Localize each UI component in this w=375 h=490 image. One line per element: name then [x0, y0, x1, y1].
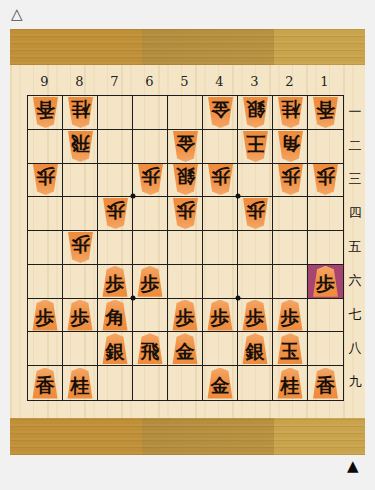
file-label-3: 3 [237, 71, 272, 93]
board-cell-7八[interactable]: 銀 [98, 332, 133, 366]
board-cell-5八[interactable]: 金 [168, 332, 203, 366]
board-cell-5七[interactable]: 歩 [168, 299, 203, 333]
shogi-piece-歩-gote[interactable]: 歩 [206, 164, 235, 195]
board-frame-bottom [10, 418, 365, 455]
board-cell-6七[interactable] [133, 299, 168, 333]
board-cell-8九[interactable]: 桂 [63, 366, 98, 400]
board-cell-5五[interactable] [168, 231, 203, 265]
board-cell-3一[interactable]: 銀 [238, 96, 273, 130]
star-point [130, 194, 135, 199]
board-cell-9一[interactable]: 香 [28, 96, 63, 130]
board-cell-5六[interactable] [168, 265, 203, 299]
board-cell-2三[interactable]: 歩 [273, 164, 308, 198]
board-cell-4九[interactable]: 金 [203, 366, 238, 400]
board-cell-8七[interactable]: 歩 [63, 299, 98, 333]
board-cell-6三[interactable]: 歩 [133, 164, 168, 198]
board-cell-7九[interactable] [98, 366, 133, 400]
board-cell-1六[interactable]: 歩 [308, 265, 343, 299]
shogi-piece-銀-gote[interactable]: 銀 [241, 97, 270, 128]
shogi-piece-歩-gote[interactable]: 歩 [136, 164, 165, 195]
shogi-piece-飛-gote[interactable]: 飛 [66, 131, 95, 162]
rank-label-4: 四 [345, 196, 365, 230]
shogi-board: 987654321 一二三四五六七八九 香桂金銀桂香飛金王角歩歩銀歩歩歩歩歩歩歩… [10, 29, 365, 455]
board-cell-7七[interactable]: 角 [98, 299, 133, 333]
shogi-piece-歩-gote[interactable]: 歩 [101, 198, 130, 229]
board-cell-9二[interactable] [28, 130, 63, 164]
board-cell-2五[interactable] [273, 231, 308, 265]
board-cell-6四[interactable] [133, 197, 168, 231]
board-cell-7一[interactable] [98, 96, 133, 130]
board-cell-8三[interactable] [63, 164, 98, 198]
shogi-piece-王-gote[interactable]: 王 [241, 131, 270, 162]
gote-turn-marker: △ [11, 7, 23, 22]
shogi-piece-歩-sente[interactable]: 歩 [31, 300, 60, 331]
file-label-2: 2 [272, 71, 307, 93]
board-cell-7三[interactable] [98, 164, 133, 198]
board-cell-4七[interactable]: 歩 [203, 299, 238, 333]
board-cell-4一[interactable]: 金 [203, 96, 238, 130]
sente-turn-marker: ▲ [347, 459, 359, 474]
shogi-piece-香-gote[interactable]: 香 [311, 97, 340, 128]
rank-label-6: 六 [345, 264, 365, 298]
board-cell-7二[interactable] [98, 130, 133, 164]
rank-label-9: 九 [345, 365, 365, 399]
shogi-piece-歩-sente[interactable]: 歩 [241, 300, 270, 331]
board-cell-6九[interactable] [133, 366, 168, 400]
board-cell-4三[interactable]: 歩 [203, 164, 238, 198]
shogi-piece-歩-gote[interactable]: 歩 [276, 164, 305, 195]
board-cell-4六[interactable] [203, 265, 238, 299]
board-cell-3二[interactable]: 王 [238, 130, 273, 164]
board-cell-1八[interactable] [308, 332, 343, 366]
file-label-4: 4 [202, 71, 237, 93]
file-label-6: 6 [132, 71, 167, 93]
shogi-piece-香-gote[interactable]: 香 [31, 97, 60, 128]
shogi-piece-飛-sente[interactable]: 飛 [136, 333, 165, 364]
shogi-piece-銀-gote[interactable]: 銀 [171, 164, 200, 195]
board-cell-1五[interactable] [308, 231, 343, 265]
shogi-piece-金-gote[interactable]: 金 [171, 131, 200, 162]
board-cell-3七[interactable]: 歩 [238, 299, 273, 333]
star-point [130, 295, 135, 300]
shogi-piece-玉-sente[interactable]: 玉 [276, 333, 305, 364]
shogi-piece-歩-sente[interactable]: 歩 [206, 300, 235, 331]
board-cell-1七[interactable] [308, 299, 343, 333]
board-cell-2七[interactable]: 歩 [273, 299, 308, 333]
board-cell-5三[interactable]: 銀 [168, 164, 203, 198]
board-cell-7四[interactable]: 歩 [98, 197, 133, 231]
board-cell-8二[interactable]: 飛 [63, 130, 98, 164]
rank-labels: 一二三四五六七八九 [345, 95, 365, 399]
board-cell-8八[interactable] [63, 332, 98, 366]
file-label-7: 7 [97, 71, 132, 93]
board-cell-9三[interactable]: 歩 [28, 164, 63, 198]
board-cell-5九[interactable] [168, 366, 203, 400]
board-cell-2九[interactable]: 桂 [273, 366, 308, 400]
shogi-piece-歩-sente[interactable]: 歩 [66, 300, 95, 331]
shogi-piece-歩-sente[interactable]: 歩 [276, 300, 305, 331]
board-cell-3九[interactable] [238, 366, 273, 400]
board-cell-9六[interactable] [28, 265, 63, 299]
board-cell-1二[interactable] [308, 130, 343, 164]
shogi-piece-金-sente[interactable]: 金 [171, 333, 200, 364]
star-point [235, 194, 240, 199]
shogi-piece-桂-sente[interactable]: 桂 [276, 368, 305, 399]
file-label-9: 9 [27, 71, 62, 93]
board-cell-1九[interactable]: 香 [308, 366, 343, 400]
shogi-piece-銀-sente[interactable]: 銀 [241, 333, 270, 364]
board-cell-6八[interactable]: 飛 [133, 332, 168, 366]
board-cell-8四[interactable] [63, 197, 98, 231]
shogi-piece-歩-sente[interactable]: 歩 [171, 300, 200, 331]
shogi-piece-金-sente[interactable]: 金 [206, 368, 235, 399]
rank-label-1: 一 [345, 95, 365, 129]
board-cell-9四[interactable] [28, 197, 63, 231]
board-cell-8一[interactable]: 桂 [63, 96, 98, 130]
shogi-piece-桂-sente[interactable]: 桂 [66, 368, 95, 399]
board-cell-8五[interactable]: 歩 [63, 231, 98, 265]
board-cell-4八[interactable] [203, 332, 238, 366]
board-frame-top [10, 29, 365, 65]
shogi-piece-歩-gote[interactable]: 歩 [311, 164, 340, 195]
shogi-piece-角-sente[interactable]: 角 [101, 300, 130, 331]
file-label-5: 5 [167, 71, 202, 93]
shogi-piece-金-gote[interactable]: 金 [206, 97, 235, 128]
board-cell-2一[interactable]: 桂 [273, 96, 308, 130]
board-cell-6二[interactable] [133, 130, 168, 164]
board-cell-1一[interactable]: 香 [308, 96, 343, 130]
board-cell-6一[interactable] [133, 96, 168, 130]
shogi-piece-歩-sente[interactable]: 歩 [136, 266, 165, 297]
rank-label-5: 五 [345, 230, 365, 264]
board-cell-3六[interactable] [238, 265, 273, 299]
shogi-piece-銀-sente[interactable]: 銀 [101, 333, 130, 364]
board-cell-2六[interactable] [273, 265, 308, 299]
board-cell-2八[interactable]: 玉 [273, 332, 308, 366]
rank-label-3: 三 [345, 163, 365, 197]
board-cell-9九[interactable]: 香 [28, 366, 63, 400]
rank-label-2: 二 [345, 129, 365, 163]
board-cell-5二[interactable]: 金 [168, 130, 203, 164]
shogi-piece-歩-gote[interactable]: 歩 [31, 164, 60, 195]
shogi-piece-歩-gote[interactable]: 歩 [171, 198, 200, 229]
file-labels: 987654321 [27, 71, 342, 93]
board-cell-9七[interactable]: 歩 [28, 299, 63, 333]
shogi-piece-香-sente[interactable]: 香 [31, 368, 60, 399]
shogi-board-grid: 香桂金銀桂香飛金王角歩歩銀歩歩歩歩歩歩歩歩歩歩歩歩角歩歩歩歩銀飛金銀玉香桂金桂香 [27, 95, 344, 401]
shogi-piece-香-sente[interactable]: 香 [311, 368, 340, 399]
shogi-piece-桂-gote[interactable]: 桂 [276, 97, 305, 128]
board-cell-7六[interactable]: 歩 [98, 265, 133, 299]
board-cell-3四[interactable]: 歩 [238, 197, 273, 231]
board-cell-3三[interactable] [238, 164, 273, 198]
shogi-piece-桂-gote[interactable]: 桂 [66, 97, 95, 128]
board-cell-2四[interactable] [273, 197, 308, 231]
board-cell-9五[interactable] [28, 231, 63, 265]
board-cell-3八[interactable]: 銀 [238, 332, 273, 366]
shogi-piece-歩-sente[interactable]: 歩 [101, 266, 130, 297]
shogi-piece-歩-gote[interactable]: 歩 [241, 198, 270, 229]
board-cell-2二[interactable]: 角 [273, 130, 308, 164]
shogi-piece-歩-gote[interactable]: 歩 [66, 232, 95, 263]
star-point [235, 295, 240, 300]
rank-label-8: 八 [345, 331, 365, 365]
shogi-piece-歩-sente[interactable]: 歩 [311, 266, 340, 297]
board-cell-1四[interactable] [308, 197, 343, 231]
board-cell-1三[interactable]: 歩 [308, 164, 343, 198]
rank-label-7: 七 [345, 298, 365, 332]
board-cell-6五[interactable] [133, 231, 168, 265]
board-cell-7五[interactable] [98, 231, 133, 265]
board-cell-5一[interactable] [168, 96, 203, 130]
board-cell-9八[interactable] [28, 332, 63, 366]
board-cell-4五[interactable] [203, 231, 238, 265]
board-cell-5四[interactable]: 歩 [168, 197, 203, 231]
file-label-8: 8 [62, 71, 97, 93]
board-cell-4二[interactable] [203, 130, 238, 164]
board-cell-4四[interactable] [203, 197, 238, 231]
shogi-piece-角-gote[interactable]: 角 [276, 131, 305, 162]
board-cell-8六[interactable] [63, 265, 98, 299]
file-label-1: 1 [307, 71, 342, 93]
board-cell-6六[interactable]: 歩 [133, 265, 168, 299]
board-cell-3五[interactable] [238, 231, 273, 265]
